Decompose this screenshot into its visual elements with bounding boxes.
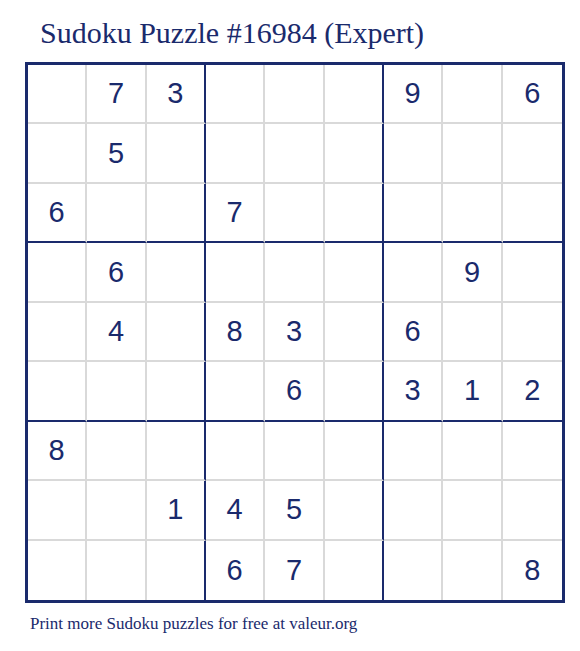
cell-r3c6[interactable] xyxy=(325,184,384,243)
cell-r9c4[interactable]: 6 xyxy=(206,541,265,600)
cell-r3c8[interactable] xyxy=(443,184,502,243)
cell-r2c4[interactable] xyxy=(206,124,265,183)
cell-r4c1[interactable] xyxy=(28,243,87,302)
cell-r5c5[interactable]: 3 xyxy=(265,303,324,362)
cell-r1c9[interactable]: 6 xyxy=(503,65,562,124)
cell-r4c5[interactable] xyxy=(265,243,324,302)
cell-r5c4[interactable]: 8 xyxy=(206,303,265,362)
cell-r5c6[interactable] xyxy=(325,303,384,362)
cell-r7c4[interactable] xyxy=(206,422,265,481)
cell-r2c8[interactable] xyxy=(443,124,502,183)
cell-r8c7[interactable] xyxy=(384,481,443,540)
cell-r2c7[interactable] xyxy=(384,124,443,183)
cell-r6c1[interactable] xyxy=(28,362,87,421)
cell-r4c9[interactable] xyxy=(503,243,562,302)
cell-r8c5[interactable]: 5 xyxy=(265,481,324,540)
cell-r4c4[interactable] xyxy=(206,243,265,302)
cell-r1c2[interactable]: 7 xyxy=(87,65,146,124)
cell-r8c8[interactable] xyxy=(443,481,502,540)
cell-r7c5[interactable] xyxy=(265,422,324,481)
cell-r5c1[interactable] xyxy=(28,303,87,362)
cell-r3c1[interactable]: 6 xyxy=(28,184,87,243)
cell-r6c4[interactable] xyxy=(206,362,265,421)
cell-r6c2[interactable] xyxy=(87,362,146,421)
cell-r5c7[interactable]: 6 xyxy=(384,303,443,362)
cell-r1c1[interactable] xyxy=(28,65,87,124)
cell-r7c6[interactable] xyxy=(325,422,384,481)
cell-r8c9[interactable] xyxy=(503,481,562,540)
cell-r1c4[interactable] xyxy=(206,65,265,124)
cell-r5c8[interactable] xyxy=(443,303,502,362)
cell-r6c7[interactable]: 3 xyxy=(384,362,443,421)
cell-r8c6[interactable] xyxy=(325,481,384,540)
cell-r9c1[interactable] xyxy=(28,541,87,600)
cell-r1c7[interactable]: 9 xyxy=(384,65,443,124)
cell-r9c3[interactable] xyxy=(147,541,206,600)
cell-r1c6[interactable] xyxy=(325,65,384,124)
cell-r2c1[interactable] xyxy=(28,124,87,183)
cell-r4c3[interactable] xyxy=(147,243,206,302)
cell-r3c3[interactable] xyxy=(147,184,206,243)
cell-r4c6[interactable] xyxy=(325,243,384,302)
footer-note: Print more Sudoku puzzles for free at va… xyxy=(30,614,357,634)
sudoku-page: Sudoku Puzzle #16984 (Expert) 7396567694… xyxy=(0,0,580,651)
cell-r2c5[interactable] xyxy=(265,124,324,183)
cell-r2c9[interactable] xyxy=(503,124,562,183)
cell-r4c7[interactable] xyxy=(384,243,443,302)
cell-r9c5[interactable]: 7 xyxy=(265,541,324,600)
cell-r9c2[interactable] xyxy=(87,541,146,600)
cell-r2c2[interactable]: 5 xyxy=(87,124,146,183)
cell-r1c8[interactable] xyxy=(443,65,502,124)
cell-r7c8[interactable] xyxy=(443,422,502,481)
cell-r6c9[interactable]: 2 xyxy=(503,362,562,421)
cell-r7c9[interactable] xyxy=(503,422,562,481)
cell-r6c3[interactable] xyxy=(147,362,206,421)
cell-r3c2[interactable] xyxy=(87,184,146,243)
cell-r8c3[interactable]: 1 xyxy=(147,481,206,540)
cell-r3c5[interactable] xyxy=(265,184,324,243)
cell-r8c2[interactable] xyxy=(87,481,146,540)
cell-r6c5[interactable]: 6 xyxy=(265,362,324,421)
cell-r9c9[interactable]: 8 xyxy=(503,541,562,600)
cell-r5c3[interactable] xyxy=(147,303,206,362)
cell-r3c4[interactable]: 7 xyxy=(206,184,265,243)
cell-r7c3[interactable] xyxy=(147,422,206,481)
page-title: Sudoku Puzzle #16984 (Expert) xyxy=(40,16,424,50)
cell-r5c9[interactable] xyxy=(503,303,562,362)
cell-r6c6[interactable] xyxy=(325,362,384,421)
cell-r7c2[interactable] xyxy=(87,422,146,481)
cell-r4c2[interactable]: 6 xyxy=(87,243,146,302)
cell-r7c7[interactable] xyxy=(384,422,443,481)
cell-r8c4[interactable]: 4 xyxy=(206,481,265,540)
cell-r9c6[interactable] xyxy=(325,541,384,600)
cell-r3c7[interactable] xyxy=(384,184,443,243)
sudoku-grid: 739656769483663128145678 xyxy=(25,62,565,603)
cell-r2c3[interactable] xyxy=(147,124,206,183)
cell-r2c6[interactable] xyxy=(325,124,384,183)
cell-r6c8[interactable]: 1 xyxy=(443,362,502,421)
cell-r9c7[interactable] xyxy=(384,541,443,600)
cell-r8c1[interactable] xyxy=(28,481,87,540)
cell-r1c5[interactable] xyxy=(265,65,324,124)
cell-r5c2[interactable]: 4 xyxy=(87,303,146,362)
cell-r1c3[interactable]: 3 xyxy=(147,65,206,124)
cell-r3c9[interactable] xyxy=(503,184,562,243)
cell-r7c1[interactable]: 8 xyxy=(28,422,87,481)
cell-r9c8[interactable] xyxy=(443,541,502,600)
cell-r4c8[interactable]: 9 xyxy=(443,243,502,302)
